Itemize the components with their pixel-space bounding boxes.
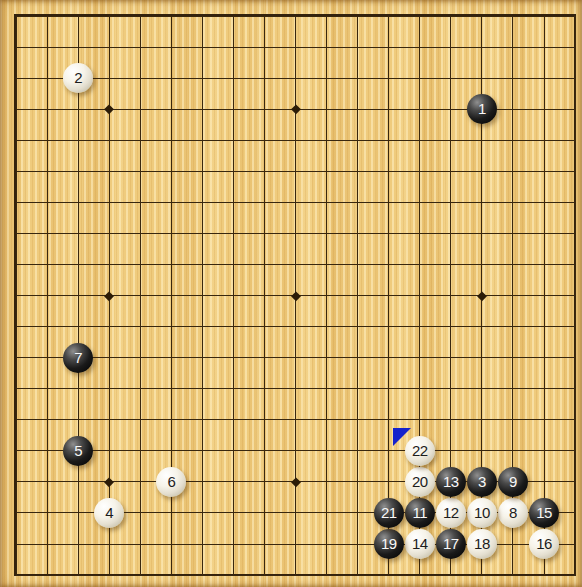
stone-22-white-O5[interactable]: 22 (405, 436, 435, 466)
stone-10-white-Q3[interactable]: 10 (467, 498, 497, 528)
stone-number: 19 (374, 529, 404, 559)
stone-number: 22 (405, 436, 435, 466)
grid-line-horizontal (16, 419, 575, 420)
go-board[interactable]: 12345678910111213141516171819202122 (0, 0, 582, 587)
stone-number: 21 (374, 498, 404, 528)
stone-number: 17 (436, 529, 466, 559)
stone-number: 2 (63, 63, 93, 93)
grid-line-horizontal (16, 357, 575, 358)
stone-number: 6 (156, 467, 186, 497)
stone-number: 12 (436, 498, 466, 528)
grid-line-horizontal (16, 326, 575, 327)
stone-number: 20 (405, 467, 435, 497)
stone-4-white-D3[interactable]: 4 (94, 498, 124, 528)
stone-8-white-R3[interactable]: 8 (498, 498, 528, 528)
stone-19-black-N2[interactable]: 19 (374, 529, 404, 559)
grid-line-horizontal (16, 388, 575, 389)
stone-number: 18 (467, 529, 497, 559)
stone-number: 7 (63, 343, 93, 373)
stone-21-black-N3[interactable]: 21 (374, 498, 404, 528)
stone-16-white-S2[interactable]: 16 (529, 529, 559, 559)
stone-6-white-F4[interactable]: 6 (156, 467, 186, 497)
stone-number: 14 (405, 529, 435, 559)
grid-line-horizontal (16, 450, 575, 451)
stone-number: 13 (436, 467, 466, 497)
stone-3-black-Q4[interactable]: 3 (467, 467, 497, 497)
stone-number: 10 (467, 498, 497, 528)
stone-number: 8 (498, 498, 528, 528)
stone-2-white-C17[interactable]: 2 (63, 63, 93, 93)
stone-15-black-S3[interactable]: 15 (529, 498, 559, 528)
grid-line-horizontal (16, 575, 575, 576)
stone-7-black-C8[interactable]: 7 (63, 343, 93, 373)
stone-number: 15 (529, 498, 559, 528)
stone-number: 11 (405, 498, 435, 528)
stone-12-white-P3[interactable]: 12 (436, 498, 466, 528)
stone-20-white-O4[interactable]: 20 (405, 467, 435, 497)
stone-5-black-C5[interactable]: 5 (63, 436, 93, 466)
stone-14-white-O2[interactable]: 14 (405, 529, 435, 559)
stone-number: 3 (467, 467, 497, 497)
stone-11-black-O3[interactable]: 11 (405, 498, 435, 528)
stone-number: 4 (94, 498, 124, 528)
stone-17-black-P2[interactable]: 17 (436, 529, 466, 559)
stone-1-black-Q16[interactable]: 1 (467, 94, 497, 124)
grid-line-vertical (544, 16, 545, 575)
grid-line-vertical (388, 16, 389, 575)
grid-line-vertical (357, 16, 358, 575)
grid-line-vertical (326, 16, 327, 575)
stone-18-white-Q2[interactable]: 18 (467, 529, 497, 559)
stone-number: 9 (498, 467, 528, 497)
stone-number: 5 (63, 436, 93, 466)
stone-13-black-P4[interactable]: 13 (436, 467, 466, 497)
stone-number: 16 (529, 529, 559, 559)
stone-9-black-R4[interactable]: 9 (498, 467, 528, 497)
grid-line-vertical (575, 16, 576, 575)
stone-number: 1 (467, 94, 497, 124)
